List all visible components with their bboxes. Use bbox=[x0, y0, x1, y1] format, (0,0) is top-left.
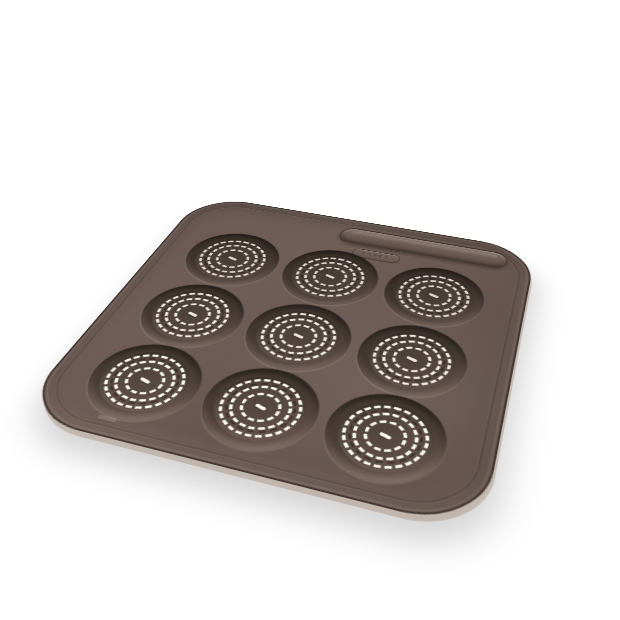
well-r3c1 bbox=[66, 336, 219, 432]
well-bottom bbox=[200, 369, 318, 450]
well-bottom bbox=[359, 326, 462, 397]
well-bottom bbox=[138, 285, 245, 346]
well-bottom bbox=[184, 234, 279, 285]
well-bottom bbox=[326, 395, 442, 482]
well-r3c2 bbox=[182, 359, 333, 462]
baking-tray: PYREX bbox=[14, 195, 536, 532]
product-photo: PYREX bbox=[0, 0, 620, 620]
well-r1c3 bbox=[374, 261, 491, 335]
well-r3c3 bbox=[309, 384, 456, 495]
well-r2c3 bbox=[344, 317, 475, 407]
well-r2c1 bbox=[122, 278, 258, 356]
well-bottom bbox=[245, 305, 350, 371]
well-bottom bbox=[387, 268, 479, 326]
well-r2c2 bbox=[229, 297, 362, 381]
well-bottom bbox=[282, 251, 376, 305]
well-r1c1 bbox=[170, 228, 291, 293]
well-bottom bbox=[83, 345, 203, 420]
